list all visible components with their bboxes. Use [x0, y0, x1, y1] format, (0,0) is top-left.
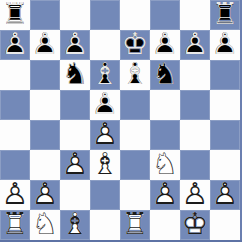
- square-c1[interactable]: ♝♗: [60, 210, 90, 240]
- piece-glyph-detail: ♔: [120, 29, 150, 59]
- black-pawn[interactable]: ♟♙: [60, 30, 90, 60]
- black-pawn[interactable]: ♟♙: [0, 30, 30, 60]
- white-knight[interactable]: ♞♘: [30, 210, 60, 240]
- white-bishop[interactable]: ♝♗: [60, 210, 90, 240]
- black-king[interactable]: ♚♔: [120, 30, 150, 60]
- square-a6[interactable]: [0, 60, 30, 90]
- piece-glyph: ♟: [60, 149, 90, 179]
- square-g7[interactable]: ♟♙: [180, 30, 210, 60]
- piece-glyph-detail: ♖: [0, 0, 30, 29]
- black-bishop[interactable]: ♝♗: [90, 60, 120, 90]
- square-a2[interactable]: ♟♙: [0, 180, 30, 210]
- square-c7[interactable]: ♟♙: [60, 30, 90, 60]
- square-a1[interactable]: ♜♖: [0, 210, 30, 240]
- square-b3[interactable]: [30, 150, 60, 180]
- square-d4[interactable]: ♟♙: [90, 120, 120, 150]
- piece-glyph: ♟: [60, 29, 90, 59]
- white-pawn[interactable]: ♟♙: [90, 120, 120, 150]
- black-rook[interactable]: ♜♖: [0, 0, 30, 30]
- square-e6[interactable]: ♝♗: [120, 60, 150, 90]
- square-f6[interactable]: ♞♘: [150, 60, 180, 90]
- piece-glyph-detail: ♖: [210, 0, 240, 29]
- piece-glyph-detail: ♘: [60, 59, 90, 89]
- square-b7[interactable]: ♟♙: [30, 30, 60, 60]
- square-f3[interactable]: ♞♘: [150, 150, 180, 180]
- black-pawn[interactable]: ♟♙: [210, 30, 240, 60]
- piece-glyph-detail: ♙: [60, 149, 90, 179]
- white-knight[interactable]: ♞♘: [150, 150, 180, 180]
- black-pawn[interactable]: ♟♙: [30, 30, 60, 60]
- square-e5[interactable]: [120, 90, 150, 120]
- square-d6[interactable]: ♝♗: [90, 60, 120, 90]
- square-a7[interactable]: ♟♙: [0, 30, 30, 60]
- piece-glyph-detail: ♙: [30, 179, 60, 209]
- square-b6[interactable]: [30, 60, 60, 90]
- piece-glyph: ♞: [150, 59, 180, 89]
- white-rook[interactable]: ♜♖: [0, 210, 30, 240]
- white-pawn[interactable]: ♟♙: [60, 150, 90, 180]
- piece-glyph: ♟: [210, 179, 240, 209]
- piece-glyph: ♟: [150, 179, 180, 209]
- piece-glyph-detail: ♙: [90, 119, 120, 149]
- piece-glyph: ♞: [30, 209, 60, 239]
- black-knight[interactable]: ♞♘: [150, 60, 180, 90]
- piece-glyph-detail: ♔: [180, 209, 210, 239]
- piece-glyph-detail: ♘: [150, 149, 180, 179]
- white-bishop[interactable]: ♝♗: [90, 150, 120, 180]
- black-knight[interactable]: ♞♘: [60, 60, 90, 90]
- piece-glyph: ♚: [180, 209, 210, 239]
- piece-glyph: ♟: [0, 29, 30, 59]
- square-f8[interactable]: [150, 0, 180, 30]
- square-g5[interactable]: [180, 90, 210, 120]
- square-a3[interactable]: [0, 150, 30, 180]
- piece-glyph: ♝: [90, 149, 120, 179]
- piece-glyph: ♟: [180, 29, 210, 59]
- square-f2[interactable]: ♟♙: [150, 180, 180, 210]
- square-a4[interactable]: [0, 120, 30, 150]
- square-e8[interactable]: [120, 0, 150, 30]
- piece-glyph: ♚: [120, 29, 150, 59]
- white-pawn[interactable]: ♟♙: [210, 180, 240, 210]
- piece-glyph-detail: ♙: [0, 29, 30, 59]
- square-e4[interactable]: [120, 120, 150, 150]
- square-a5[interactable]: [0, 90, 30, 120]
- white-pawn[interactable]: ♟♙: [150, 180, 180, 210]
- square-e2[interactable]: [120, 180, 150, 210]
- square-c8[interactable]: [60, 0, 90, 30]
- square-g6[interactable]: [180, 60, 210, 90]
- piece-glyph-detail: ♙: [180, 179, 210, 209]
- black-pawn[interactable]: ♟♙: [150, 30, 180, 60]
- piece-glyph: ♟: [150, 29, 180, 59]
- square-h3[interactable]: [210, 150, 240, 180]
- square-e7[interactable]: ♚♔: [120, 30, 150, 60]
- white-pawn[interactable]: ♟♙: [0, 180, 30, 210]
- square-e3[interactable]: [120, 150, 150, 180]
- square-c3[interactable]: ♟♙: [60, 150, 90, 180]
- square-h7[interactable]: ♟♙: [210, 30, 240, 60]
- square-d1[interactable]: [90, 210, 120, 240]
- piece-glyph-detail: ♙: [210, 29, 240, 59]
- piece-glyph-detail: ♙: [150, 179, 180, 209]
- square-g8[interactable]: [180, 0, 210, 30]
- square-c2[interactable]: [60, 180, 90, 210]
- square-d3[interactable]: ♝♗: [90, 150, 120, 180]
- square-g1[interactable]: ♚♔: [180, 210, 210, 240]
- black-pawn[interactable]: ♟♙: [90, 90, 120, 120]
- white-rook[interactable]: ♜♖: [120, 210, 150, 240]
- piece-glyph-detail: ♖: [120, 209, 150, 239]
- piece-glyph: ♜: [0, 209, 30, 239]
- black-bishop[interactable]: ♝♗: [120, 60, 150, 90]
- square-d2[interactable]: [90, 180, 120, 210]
- square-b5[interactable]: [30, 90, 60, 120]
- square-b2[interactable]: ♟♙: [30, 180, 60, 210]
- piece-glyph-detail: ♗: [90, 149, 120, 179]
- square-c6[interactable]: ♞♘: [60, 60, 90, 90]
- square-c4[interactable]: [60, 120, 90, 150]
- piece-glyph-detail: ♙: [150, 29, 180, 59]
- piece-glyph-detail: ♙: [60, 29, 90, 59]
- piece-glyph: ♟: [30, 29, 60, 59]
- square-a8[interactable]: ♜♖: [0, 0, 30, 30]
- piece-glyph: ♝: [60, 209, 90, 239]
- square-e1[interactable]: ♜♖: [120, 210, 150, 240]
- square-f1[interactable]: [150, 210, 180, 240]
- white-pawn[interactable]: ♟♙: [30, 180, 60, 210]
- piece-glyph: ♟: [90, 89, 120, 119]
- piece-glyph: ♟: [90, 119, 120, 149]
- piece-glyph: ♝: [90, 59, 120, 89]
- white-pawn[interactable]: ♟♙: [180, 180, 210, 210]
- piece-glyph-detail: ♗: [60, 209, 90, 239]
- chess-board-widget: ♜♖♜♖♟♙♟♙♟♙♚♔♟♙♟♙♟♙♞♘♝♗♝♗♞♘♟♙♟♙♟♙♝♗♞♘♟♙♟♙…: [0, 0, 242, 242]
- piece-glyph-detail: ♘: [30, 209, 60, 239]
- piece-glyph-detail: ♗: [90, 59, 120, 89]
- square-h4[interactable]: [210, 120, 240, 150]
- piece-glyph: ♞: [60, 59, 90, 89]
- piece-glyph-detail: ♙: [90, 89, 120, 119]
- square-h6[interactable]: [210, 60, 240, 90]
- piece-glyph-detail: ♙: [0, 179, 30, 209]
- piece-glyph-detail: ♘: [150, 59, 180, 89]
- square-f7[interactable]: ♟♙: [150, 30, 180, 60]
- square-f4[interactable]: [150, 120, 180, 150]
- piece-glyph: ♜: [210, 0, 240, 29]
- black-rook[interactable]: ♜♖: [210, 0, 240, 30]
- square-h1[interactable]: [210, 210, 240, 240]
- square-f5[interactable]: [150, 90, 180, 120]
- piece-glyph: ♟: [0, 179, 30, 209]
- square-g4[interactable]: [180, 120, 210, 150]
- piece-glyph-detail: ♖: [0, 209, 30, 239]
- square-g3[interactable]: [180, 150, 210, 180]
- piece-glyph: ♞: [150, 149, 180, 179]
- black-pawn[interactable]: ♟♙: [180, 30, 210, 60]
- square-c5[interactable]: [60, 90, 90, 120]
- square-b1[interactable]: ♞♘: [30, 210, 60, 240]
- white-king[interactable]: ♚♔: [180, 210, 210, 240]
- piece-glyph: ♜: [120, 209, 150, 239]
- square-d5[interactable]: ♟♙: [90, 90, 120, 120]
- square-d7[interactable]: [90, 30, 120, 60]
- piece-glyph-detail: ♙: [180, 29, 210, 59]
- square-d8[interactable]: [90, 0, 120, 30]
- piece-glyph: ♟: [180, 179, 210, 209]
- square-b4[interactable]: [30, 120, 60, 150]
- piece-glyph-detail: ♙: [210, 179, 240, 209]
- piece-glyph: ♟: [30, 179, 60, 209]
- square-g2[interactable]: ♟♙: [180, 180, 210, 210]
- piece-glyph: ♝: [120, 59, 150, 89]
- square-h8[interactable]: ♜♖: [210, 0, 240, 30]
- piece-glyph: ♜: [0, 0, 30, 29]
- piece-glyph: ♟: [210, 29, 240, 59]
- chess-board: ♜♖♜♖♟♙♟♙♟♙♚♔♟♙♟♙♟♙♞♘♝♗♝♗♞♘♟♙♟♙♟♙♝♗♞♘♟♙♟♙…: [0, 0, 240, 240]
- piece-glyph-detail: ♗: [120, 59, 150, 89]
- piece-glyph-detail: ♙: [30, 29, 60, 59]
- square-h5[interactable]: [210, 90, 240, 120]
- square-h2[interactable]: ♟♙: [210, 180, 240, 210]
- square-b8[interactable]: [30, 0, 60, 30]
